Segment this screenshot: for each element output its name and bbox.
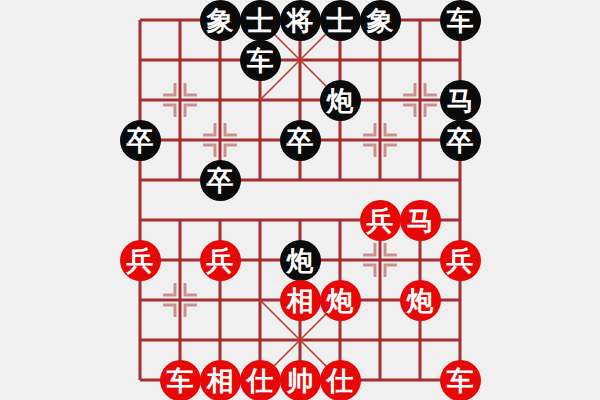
piece-black-pawn[interactable]: 卒 xyxy=(120,120,161,161)
piece-red-elephant[interactable]: 相 xyxy=(280,280,321,321)
piece-red-king[interactable]: 帅 xyxy=(280,360,321,400)
piece-red-pawn[interactable]: 兵 xyxy=(120,240,161,281)
piece-black-king[interactable]: 将 xyxy=(280,0,321,41)
piece-black-chariot[interactable]: 车 xyxy=(440,0,481,41)
piece-black-pawn[interactable]: 卒 xyxy=(200,160,241,201)
piece-red-chariot[interactable]: 车 xyxy=(440,360,481,400)
piece-black-pawn[interactable]: 卒 xyxy=(280,120,321,161)
piece-black-elephant[interactable]: 象 xyxy=(360,0,401,41)
piece-red-pawn[interactable]: 兵 xyxy=(200,240,241,281)
piece-black-elephant[interactable]: 象 xyxy=(200,0,241,41)
piece-red-elephant[interactable]: 相 xyxy=(200,360,241,400)
piece-red-advisor[interactable]: 仕 xyxy=(320,360,361,400)
piece-red-chariot[interactable]: 车 xyxy=(160,360,201,400)
piece-black-horse[interactable]: 马 xyxy=(440,80,481,121)
piece-red-pawn[interactable]: 兵 xyxy=(360,200,401,241)
piece-red-horse[interactable]: 马 xyxy=(400,200,441,241)
piece-black-advisor[interactable]: 士 xyxy=(240,0,281,41)
piece-red-cannon[interactable]: 炮 xyxy=(400,280,441,321)
piece-black-pawn[interactable]: 卒 xyxy=(440,120,481,161)
xiangqi-board: 象士将士象车车炮马卒卒卒卒炮兵马兵兵兵相炮炮车相仕帅仕车 xyxy=(0,0,600,400)
pieces-layer: 象士将士象车车炮马卒卒卒卒炮兵马兵兵兵相炮炮车相仕帅仕车 xyxy=(120,0,480,400)
piece-red-cannon[interactable]: 炮 xyxy=(320,280,361,321)
piece-black-advisor[interactable]: 士 xyxy=(320,0,361,41)
piece-red-advisor[interactable]: 仕 xyxy=(240,360,281,400)
piece-black-cannon[interactable]: 炮 xyxy=(280,240,321,281)
piece-red-pawn[interactable]: 兵 xyxy=(440,240,481,281)
piece-black-cannon[interactable]: 炮 xyxy=(320,80,361,121)
piece-black-chariot[interactable]: 车 xyxy=(240,40,281,81)
